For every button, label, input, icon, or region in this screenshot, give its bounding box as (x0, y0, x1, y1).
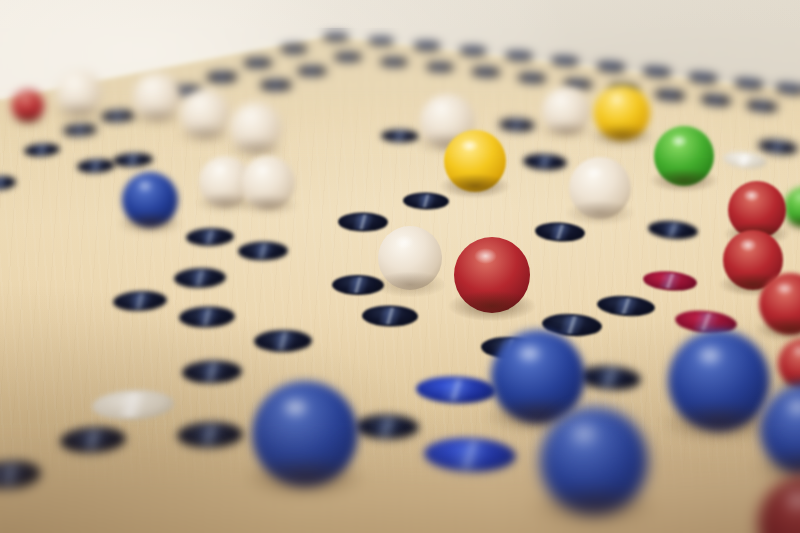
marble-blue[interactable] (252, 381, 358, 487)
marble-white[interactable] (241, 156, 295, 210)
board-photo (0, 0, 800, 533)
hole[interactable] (368, 37, 394, 45)
marble-green[interactable] (654, 126, 714, 186)
marble-white[interactable] (230, 102, 282, 154)
marble-red[interactable] (12, 90, 44, 122)
marble-blue[interactable] (668, 330, 770, 432)
hole[interactable] (323, 33, 349, 41)
hole[interactable] (334, 52, 362, 61)
marble-white[interactable] (378, 226, 442, 290)
marble-blue[interactable] (122, 172, 178, 228)
marble-white[interactable] (180, 89, 230, 139)
marble-yellow[interactable] (594, 85, 650, 141)
marble-blue[interactable] (491, 330, 585, 424)
hole[interactable] (338, 212, 388, 231)
marble-white[interactable] (56, 70, 102, 116)
marble-white[interactable] (133, 73, 181, 121)
marble-blue[interactable] (540, 407, 648, 515)
marble-white[interactable] (569, 157, 631, 219)
marble-white[interactable] (542, 87, 590, 135)
marble-yellow[interactable] (444, 130, 506, 192)
marble-red[interactable] (454, 237, 530, 313)
hole[interactable] (380, 57, 408, 66)
